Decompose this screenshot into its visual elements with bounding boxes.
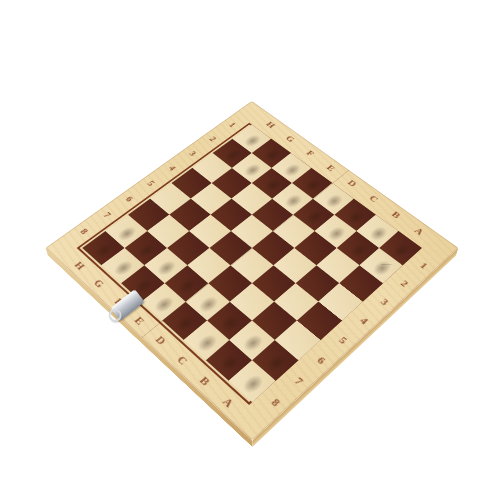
playing-area: ♜♟♟♜♞♟♟♞♝♟♟♝♚♟♟♚♛♟♟♛♝♟♟♝♞♟♟♞♜♟♟♜	[77, 123, 422, 405]
chess-board: HGFEDCBA HGFEDCBA 87654321 87654321 ♜♟♟♜…	[46, 101, 459, 441]
board-grid: ♜♟♟♜♞♟♟♞♝♟♟♝♚♟♟♚♛♟♟♛♝♟♟♝♞♟♟♞♜♟♟♜	[82, 125, 421, 403]
piece-glyph: ♟	[366, 234, 397, 268]
piece-glyph: ♜	[228, 336, 273, 386]
board-scene: HGFEDCBA HGFEDCBA 87654321 87654321 ♜♟♟♜…	[0, 0, 500, 500]
square-a1: ♜	[229, 360, 276, 402]
product-photo: HGFEDCBA HGFEDCBA 87654321 87654321 ♜♟♟♜…	[0, 0, 500, 500]
